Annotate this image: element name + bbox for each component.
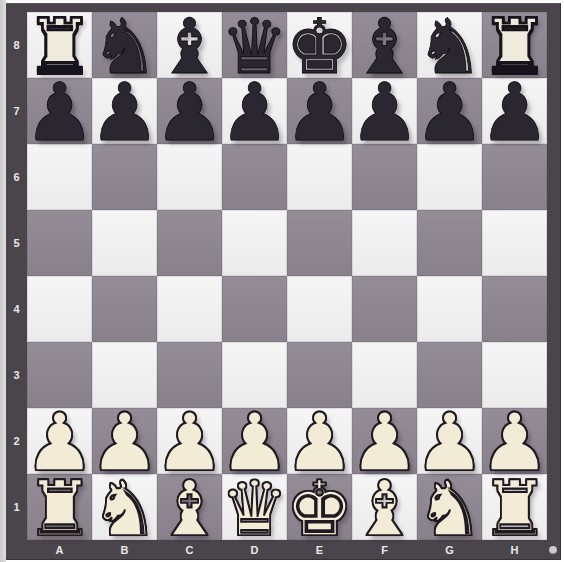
board-frame: 8 7 6 5 4 3 2 1 ♜♞♝♛♚♝♞♜♟♟♟♟♟♟♟♟♟♟♟♟♟♟♟♟… bbox=[6, 3, 561, 560]
square-d1[interactable]: ♛ bbox=[222, 474, 287, 540]
square-e7[interactable]: ♟ bbox=[287, 78, 352, 144]
rank-label-5: 5 bbox=[6, 210, 27, 276]
square-e4[interactable] bbox=[287, 276, 352, 342]
black-pawn[interactable]: ♟ bbox=[154, 73, 226, 153]
black-pawn[interactable]: ♟ bbox=[284, 73, 356, 153]
square-a1[interactable]: ♜ bbox=[27, 474, 92, 540]
white-king[interactable]: ♚ bbox=[285, 471, 353, 547]
square-h4[interactable] bbox=[482, 276, 547, 342]
square-a5[interactable] bbox=[27, 210, 92, 276]
square-g5[interactable] bbox=[417, 210, 482, 276]
square-c1[interactable]: ♝ bbox=[157, 474, 222, 540]
black-pawn[interactable]: ♟ bbox=[219, 73, 291, 153]
square-a7[interactable]: ♟ bbox=[27, 78, 92, 144]
black-pawn[interactable]: ♟ bbox=[349, 73, 421, 153]
square-c7[interactable]: ♟ bbox=[157, 78, 222, 144]
rank-label-4: 4 bbox=[6, 276, 27, 342]
square-b5[interactable] bbox=[92, 210, 157, 276]
square-h1[interactable]: ♜ bbox=[482, 474, 547, 540]
white-rook[interactable]: ♜ bbox=[25, 471, 93, 547]
square-f7[interactable]: ♟ bbox=[352, 78, 417, 144]
square-b4[interactable] bbox=[92, 276, 157, 342]
white-knight[interactable]: ♞ bbox=[90, 471, 158, 547]
square-f5[interactable] bbox=[352, 210, 417, 276]
white-bishop[interactable]: ♝ bbox=[350, 471, 418, 547]
black-pawn[interactable]: ♟ bbox=[24, 73, 96, 153]
square-d5[interactable] bbox=[222, 210, 287, 276]
white-rook[interactable]: ♜ bbox=[480, 471, 548, 547]
square-b1[interactable]: ♞ bbox=[92, 474, 157, 540]
square-g1[interactable]: ♞ bbox=[417, 474, 482, 540]
turn-indicator-dot bbox=[549, 546, 557, 554]
square-e5[interactable] bbox=[287, 210, 352, 276]
square-c5[interactable] bbox=[157, 210, 222, 276]
square-f1[interactable]: ♝ bbox=[352, 474, 417, 540]
square-a4[interactable] bbox=[27, 276, 92, 342]
white-queen[interactable]: ♛ bbox=[220, 471, 288, 547]
square-c4[interactable] bbox=[157, 276, 222, 342]
square-h7[interactable]: ♟ bbox=[482, 78, 547, 144]
black-pawn[interactable]: ♟ bbox=[479, 73, 551, 153]
chessboard-widget: 8 7 6 5 4 3 2 1 ♜♞♝♛♚♝♞♜♟♟♟♟♟♟♟♟♟♟♟♟♟♟♟♟… bbox=[0, 0, 564, 562]
white-bishop[interactable]: ♝ bbox=[155, 471, 223, 547]
square-e1[interactable]: ♚ bbox=[287, 474, 352, 540]
black-pawn[interactable]: ♟ bbox=[414, 73, 486, 153]
chess-board: ♜♞♝♛♚♝♞♜♟♟♟♟♟♟♟♟♟♟♟♟♟♟♟♟♜♞♝♛♚♝♞♜ bbox=[27, 12, 547, 540]
square-g4[interactable] bbox=[417, 276, 482, 342]
square-f4[interactable] bbox=[352, 276, 417, 342]
turn-indicator bbox=[547, 540, 561, 560]
square-h5[interactable] bbox=[482, 210, 547, 276]
black-pawn[interactable]: ♟ bbox=[89, 73, 161, 153]
white-knight[interactable]: ♞ bbox=[415, 471, 483, 547]
square-g7[interactable]: ♟ bbox=[417, 78, 482, 144]
square-b7[interactable]: ♟ bbox=[92, 78, 157, 144]
square-d4[interactable] bbox=[222, 276, 287, 342]
square-d7[interactable]: ♟ bbox=[222, 78, 287, 144]
